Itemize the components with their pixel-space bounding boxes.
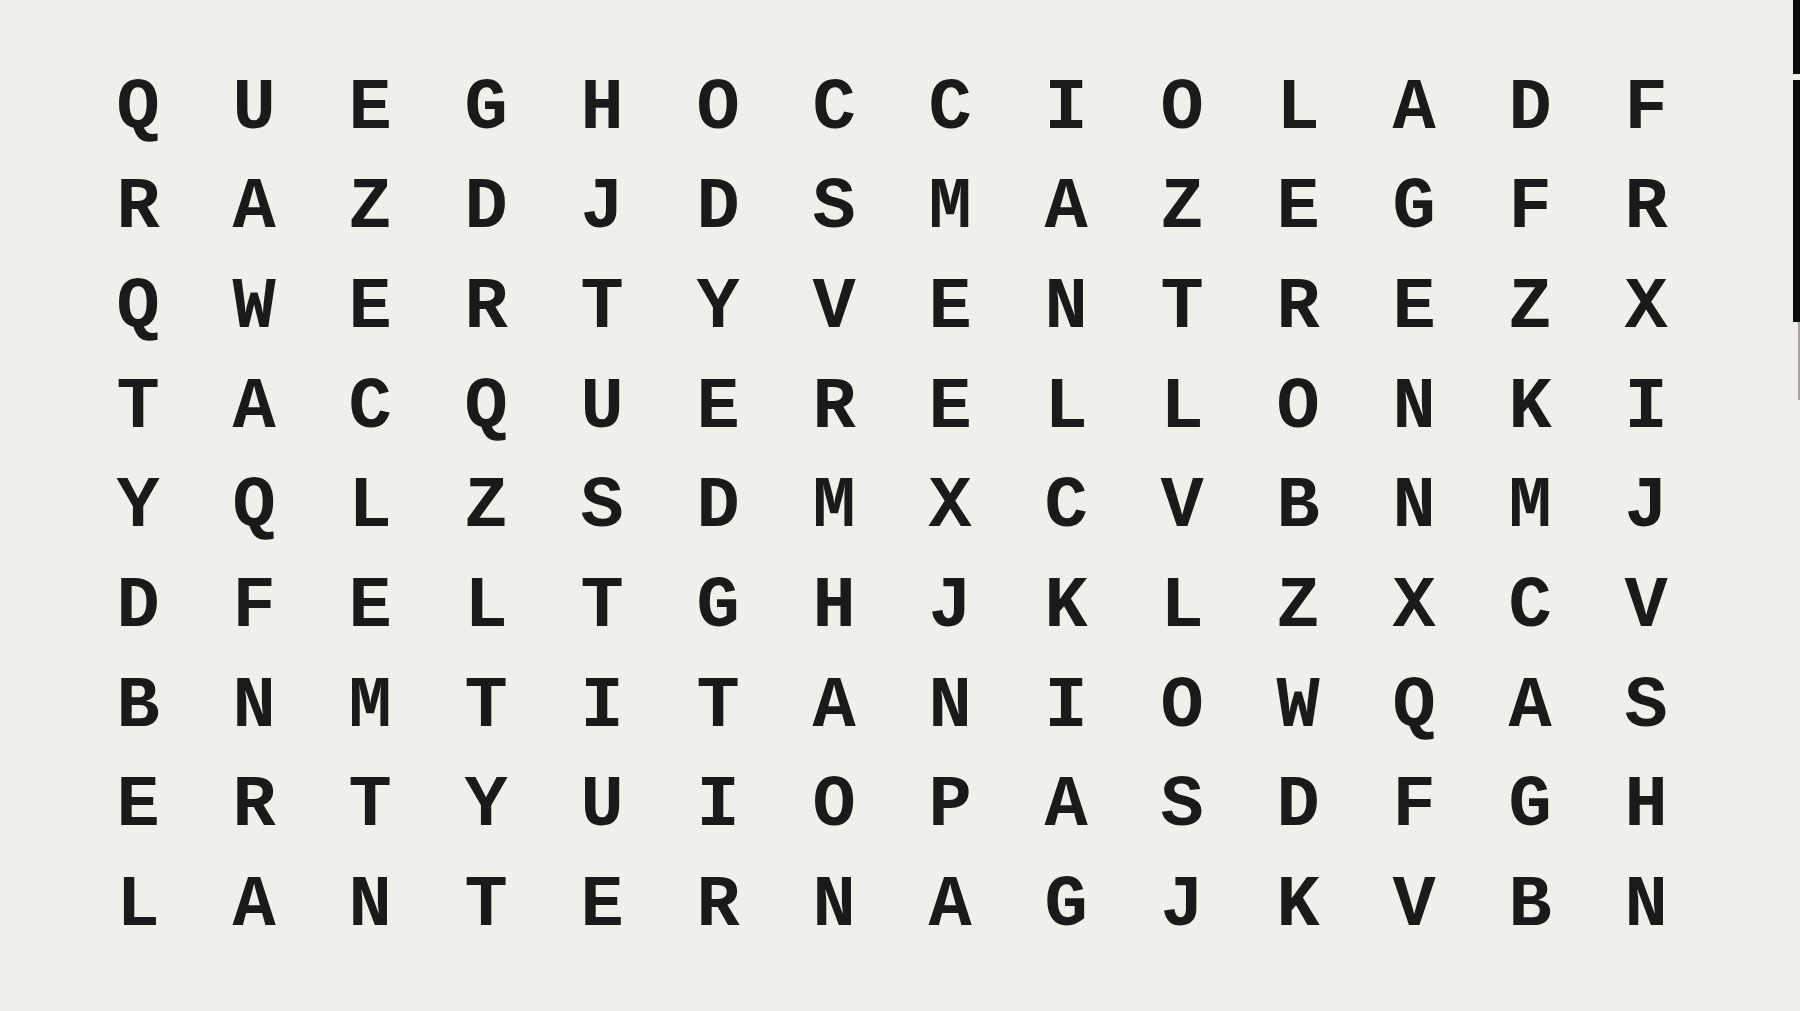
grid-cell[interactable]: I — [1008, 59, 1124, 159]
grid-cell[interactable]: C — [1008, 458, 1124, 558]
grid-cell[interactable]: C — [1472, 557, 1588, 657]
grid-cell[interactable]: V — [1356, 856, 1472, 956]
grid-cell[interactable]: M — [892, 159, 1008, 259]
grid-cell[interactable]: B — [1240, 458, 1356, 558]
grid-cell[interactable]: M — [1472, 458, 1588, 558]
grid-cell[interactable]: O — [1124, 657, 1240, 757]
grid-cell[interactable]: K — [1472, 358, 1588, 458]
grid-cell[interactable]: L — [428, 557, 544, 657]
grid-cell[interactable]: E — [80, 757, 196, 857]
grid-cell[interactable]: H — [544, 59, 660, 159]
grid-cell[interactable]: D — [660, 159, 776, 259]
grid-cell[interactable]: R — [660, 856, 776, 956]
grid-cell[interactable]: G — [1356, 159, 1472, 259]
grid-cell[interactable]: C — [892, 59, 1008, 159]
grid-cell[interactable]: I — [1008, 657, 1124, 757]
grid-cell[interactable]: U — [544, 358, 660, 458]
grid-cell[interactable]: E — [312, 258, 428, 358]
grid-cell[interactable]: E — [312, 557, 428, 657]
grid-cell[interactable]: Q — [428, 358, 544, 458]
grid-cell[interactable]: N — [1356, 458, 1472, 558]
grid-cell[interactable]: O — [776, 757, 892, 857]
grid-cell[interactable]: G — [1472, 757, 1588, 857]
grid-cell[interactable]: A — [196, 159, 312, 259]
grid-cell[interactable]: F — [1588, 59, 1704, 159]
grid-cell[interactable]: D — [1240, 757, 1356, 857]
scrollbar-thumb[interactable] — [1793, 80, 1800, 322]
grid-cell[interactable]: J — [1124, 856, 1240, 956]
grid-cell[interactable]: F — [1356, 757, 1472, 857]
grid-cell[interactable]: L — [80, 856, 196, 956]
grid-cell[interactable]: Q — [80, 59, 196, 159]
grid-cell[interactable]: N — [196, 657, 312, 757]
grid-cell[interactable]: T — [544, 557, 660, 657]
grid-cell[interactable]: M — [776, 458, 892, 558]
grid-cell[interactable]: K — [1240, 856, 1356, 956]
grid-cell[interactable]: H — [776, 557, 892, 657]
grid-cell[interactable]: I — [660, 757, 776, 857]
grid-cell[interactable]: Y — [660, 258, 776, 358]
grid-cell[interactable]: D — [1472, 59, 1588, 159]
word-search-grid: QUEGHOCCIOLADFRAZDJDSMAZEGFRQWERTYVENTRE… — [80, 59, 1704, 956]
grid-cell[interactable]: Q — [1356, 657, 1472, 757]
grid-cell[interactable]: O — [1240, 358, 1356, 458]
grid-cell[interactable]: E — [1240, 159, 1356, 259]
grid-cell[interactable]: T — [1124, 258, 1240, 358]
grid-cell[interactable]: U — [196, 59, 312, 159]
grid-cell[interactable]: S — [544, 458, 660, 558]
grid-cell[interactable]: A — [1008, 159, 1124, 259]
grid-cell[interactable]: Z — [1240, 557, 1356, 657]
grid-cell[interactable]: D — [660, 458, 776, 558]
grid-cell[interactable]: Z — [312, 159, 428, 259]
grid-cell[interactable]: B — [1472, 856, 1588, 956]
grid-cell[interactable]: A — [1356, 59, 1472, 159]
grid-cell[interactable]: N — [892, 657, 1008, 757]
grid-cell[interactable]: Z — [1124, 159, 1240, 259]
grid-cell[interactable]: L — [312, 458, 428, 558]
grid-cell[interactable]: T — [312, 757, 428, 857]
grid-cell[interactable]: E — [892, 358, 1008, 458]
grid-cell[interactable]: R — [80, 159, 196, 259]
grid-cell[interactable]: F — [1472, 159, 1588, 259]
grid-cell[interactable]: L — [1008, 358, 1124, 458]
grid-cell[interactable]: M — [312, 657, 428, 757]
grid-cell[interactable]: T — [660, 657, 776, 757]
grid-cell[interactable]: X — [1356, 557, 1472, 657]
grid-cell[interactable]: Z — [1472, 258, 1588, 358]
grid-cell[interactable]: T — [428, 657, 544, 757]
grid-cell[interactable]: B — [80, 657, 196, 757]
grid-cell[interactable]: X — [1588, 258, 1704, 358]
grid-cell[interactable]: R — [196, 757, 312, 857]
grid-cell[interactable]: G — [1008, 856, 1124, 956]
grid-cell[interactable]: X — [892, 458, 1008, 558]
grid-cell[interactable]: C — [776, 59, 892, 159]
grid-cell[interactable]: A — [196, 856, 312, 956]
grid-cell[interactable]: Y — [80, 458, 196, 558]
grid-cell[interactable]: A — [892, 856, 1008, 956]
grid-cell[interactable]: Q — [196, 458, 312, 558]
grid-cell[interactable]: Y — [428, 757, 544, 857]
grid-cell[interactable]: S — [776, 159, 892, 259]
grid-cell[interactable]: D — [428, 159, 544, 259]
grid-cell[interactable]: O — [1124, 59, 1240, 159]
grid-cell[interactable]: V — [1124, 458, 1240, 558]
grid-cell[interactable]: E — [312, 59, 428, 159]
grid-cell[interactable]: N — [776, 856, 892, 956]
grid-cell[interactable]: T — [544, 258, 660, 358]
grid-cell[interactable]: R — [776, 358, 892, 458]
grid-cell[interactable]: L — [1124, 557, 1240, 657]
grid-cell[interactable]: N — [1356, 358, 1472, 458]
grid-cell[interactable]: N — [312, 856, 428, 956]
grid-cell[interactable]: A — [1008, 757, 1124, 857]
grid-cell[interactable]: O — [660, 59, 776, 159]
grid-cell[interactable]: R — [428, 258, 544, 358]
grid-cell[interactable]: J — [892, 557, 1008, 657]
grid-cell[interactable]: L — [1124, 358, 1240, 458]
grid-cell[interactable]: V — [776, 258, 892, 358]
grid-cell[interactable]: D — [80, 557, 196, 657]
grid-cell[interactable]: C — [312, 358, 428, 458]
grid-cell[interactable]: G — [660, 557, 776, 657]
grid-cell[interactable]: J — [544, 159, 660, 259]
grid-cell[interactable]: T — [80, 358, 196, 458]
grid-cell[interactable]: N — [1588, 856, 1704, 956]
grid-cell[interactable]: A — [776, 657, 892, 757]
grid-cell[interactable]: H — [1588, 757, 1704, 857]
grid-cell[interactable]: E — [892, 258, 1008, 358]
grid-cell[interactable]: A — [196, 358, 312, 458]
grid-cell[interactable]: S — [1124, 757, 1240, 857]
grid-cell[interactable]: G — [428, 59, 544, 159]
grid-cell[interactable]: W — [1240, 657, 1356, 757]
grid-cell[interactable]: F — [196, 557, 312, 657]
grid-cell[interactable]: R — [1240, 258, 1356, 358]
grid-cell[interactable]: U — [544, 757, 660, 857]
grid-cell[interactable]: S — [1588, 657, 1704, 757]
grid-cell[interactable]: Q — [80, 258, 196, 358]
grid-cell[interactable]: E — [1356, 258, 1472, 358]
grid-cell[interactable]: Z — [428, 458, 544, 558]
grid-cell[interactable]: I — [1588, 358, 1704, 458]
grid-cell[interactable]: I — [544, 657, 660, 757]
grid-cell[interactable]: K — [1008, 557, 1124, 657]
grid-cell[interactable]: E — [660, 358, 776, 458]
grid-cell[interactable]: T — [428, 856, 544, 956]
grid-cell[interactable]: P — [892, 757, 1008, 857]
grid-cell[interactable]: N — [1008, 258, 1124, 358]
grid-cell[interactable]: J — [1588, 458, 1704, 558]
grid-cell[interactable]: A — [1472, 657, 1588, 757]
grid-cell[interactable]: L — [1240, 59, 1356, 159]
grid-cell[interactable]: E — [544, 856, 660, 956]
grid-cell[interactable]: R — [1588, 159, 1704, 259]
grid-cell[interactable]: V — [1588, 557, 1704, 657]
grid-cell[interactable]: W — [196, 258, 312, 358]
scrollbar-segment-top[interactable] — [1793, 0, 1800, 74]
